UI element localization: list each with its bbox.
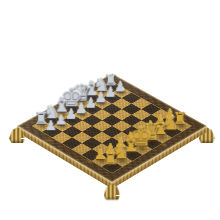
product-photo: ♜♞♝♛♚♝♞♜♟♟♟♟♟♟♟♟♟♟♟♟♟♟♟♟♜♞♝♛♚♝♞♜ Metal S…	[0, 0, 220, 220]
scene: ♜♞♝♛♚♝♞♜♟♟♟♟♟♟♟♟♟♟♟♟♟♟♟♟♜♞♝♛♚♝♞♜	[0, 0, 220, 220]
piece-black-rook[interactable]: ♜	[97, 151, 124, 167]
pieces-layer: ♜♞♝♛♚♝♞♜♟♟♟♟♟♟♟♟♟♟♟♟♟♟♟♟♜♞♝♛♚♝♞♜	[17, 74, 207, 183]
chessboard: ♜♞♝♛♚♝♞♜♟♟♟♟♟♟♟♟♟♟♟♟♟♟♟♟♜♞♝♛♚♝♞♜	[17, 74, 207, 183]
piece-white-pawn[interactable]: ♟	[38, 119, 64, 133]
